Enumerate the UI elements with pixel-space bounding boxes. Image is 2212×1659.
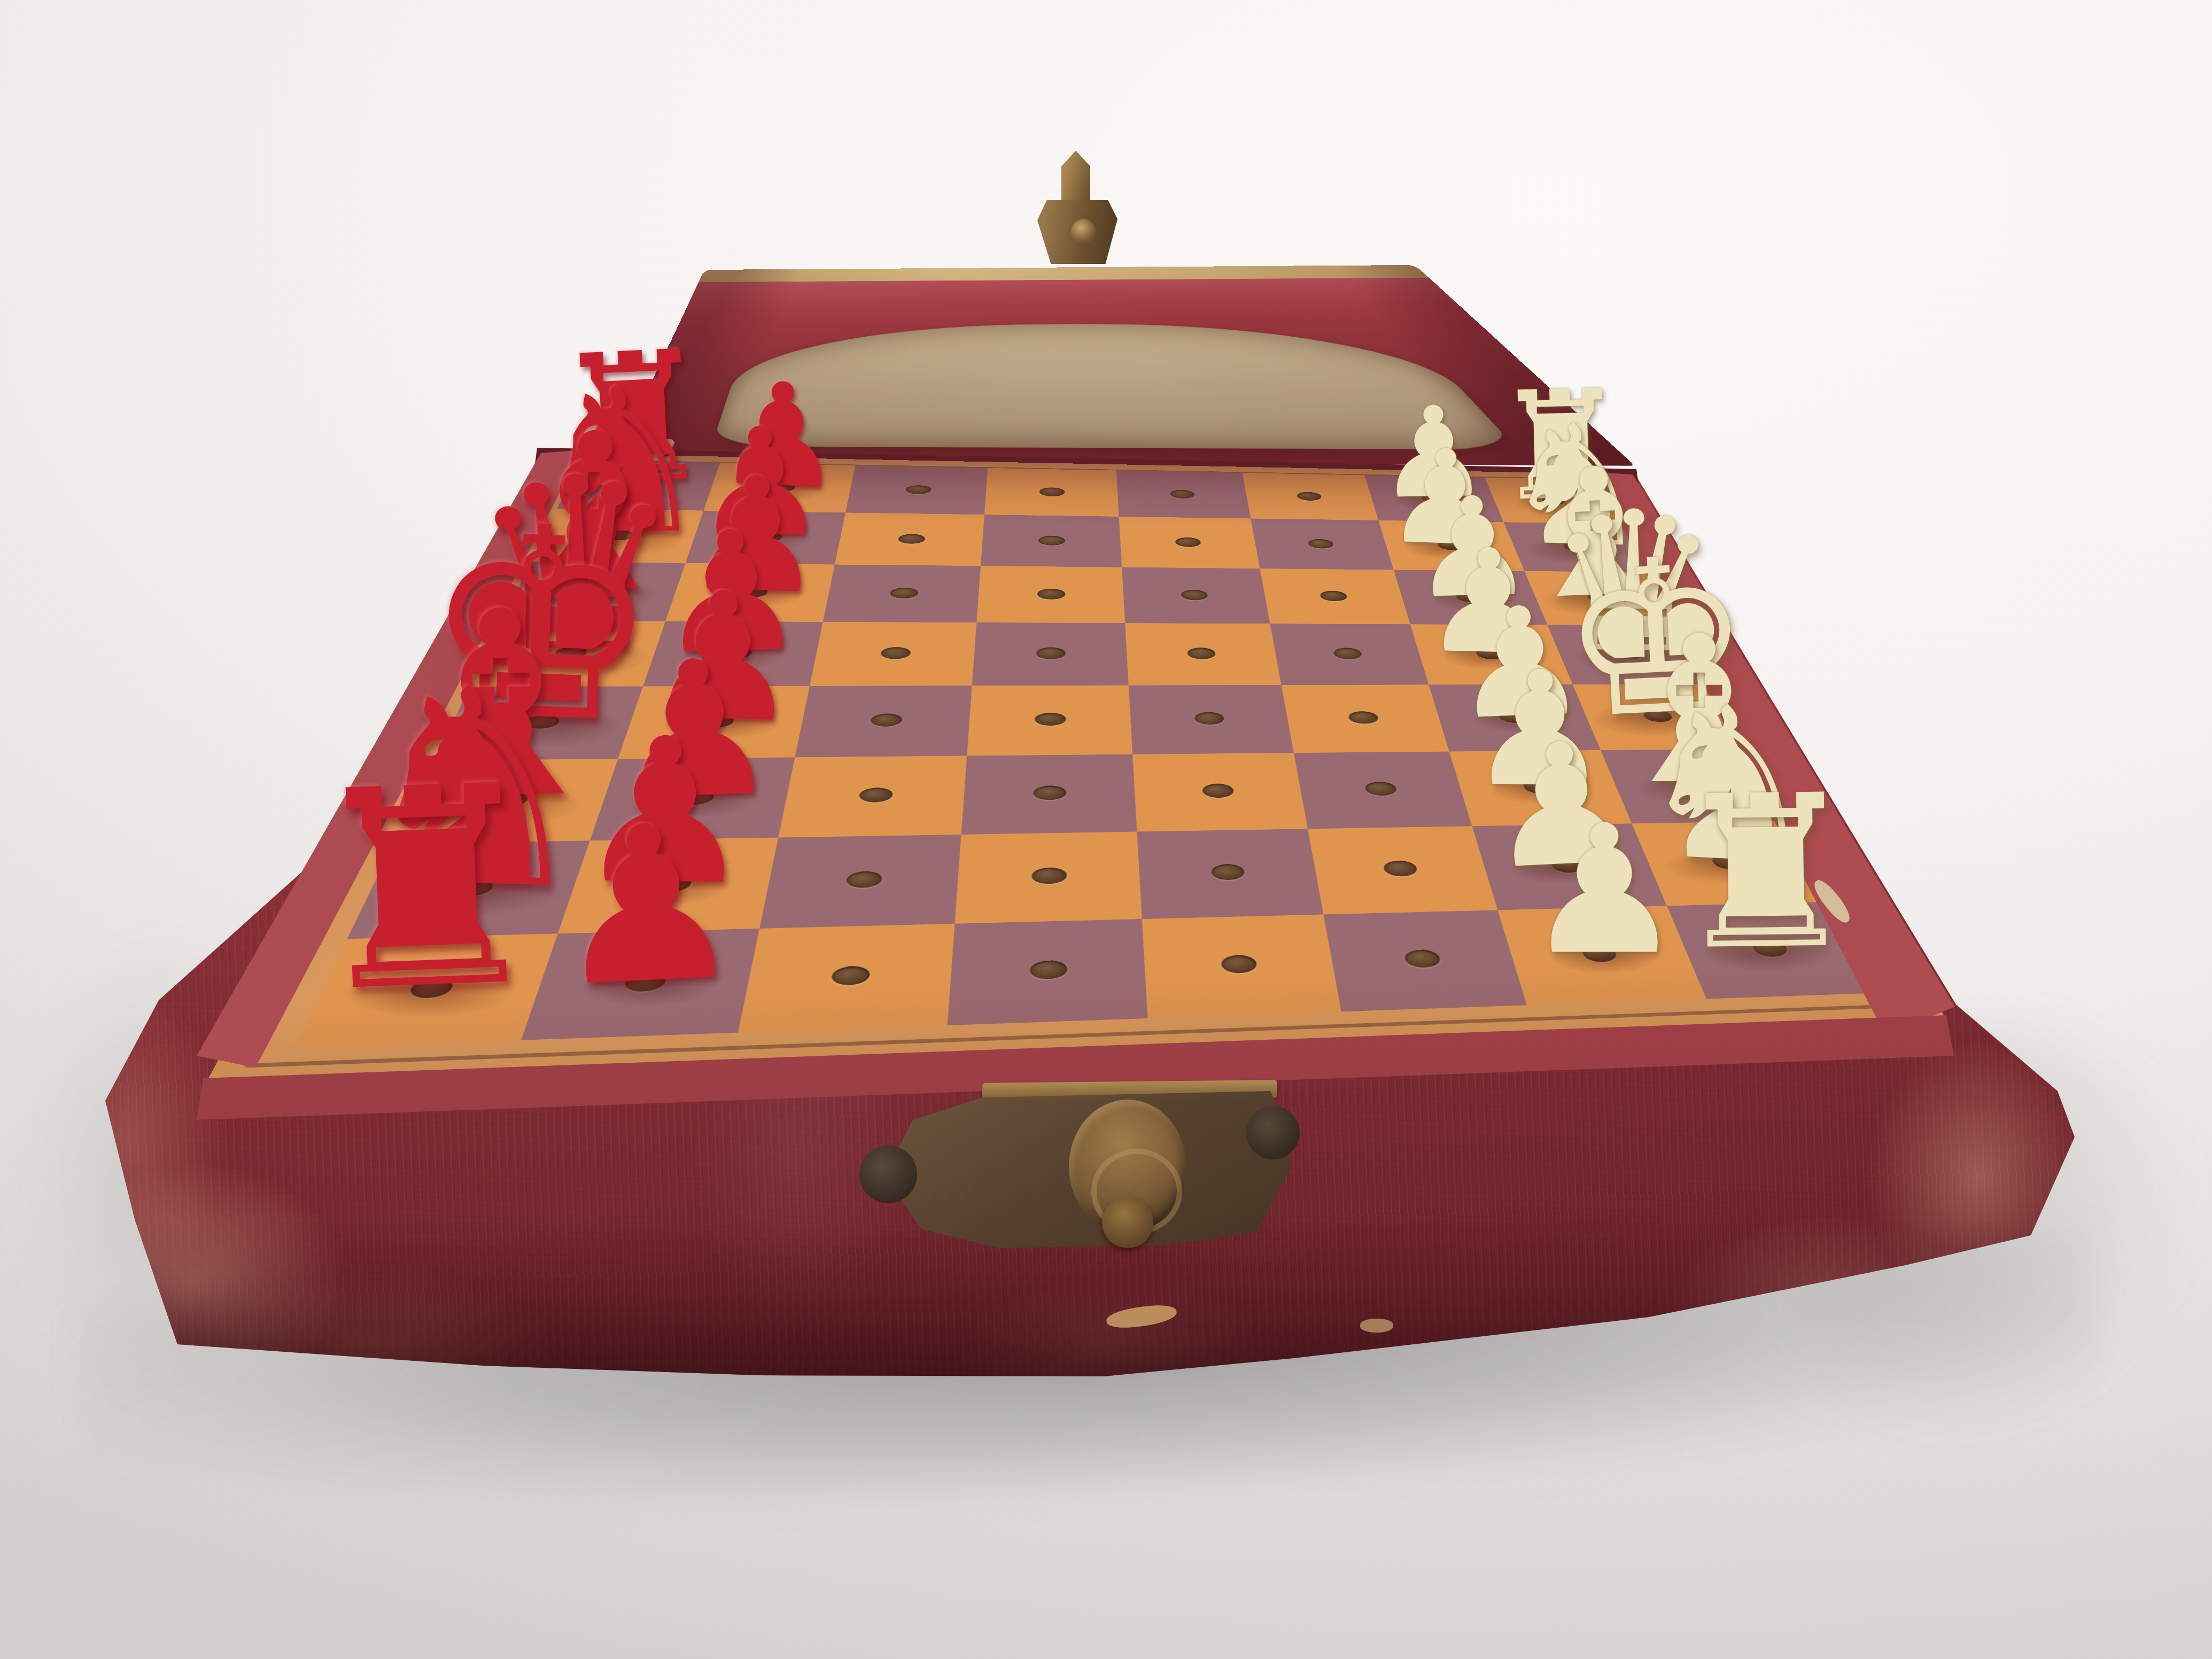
peg-hole — [1169, 489, 1195, 499]
board-square — [1323, 910, 1527, 1011]
board-square — [557, 460, 719, 510]
peg-hole — [1194, 712, 1225, 725]
peg-hole — [699, 714, 735, 728]
board-square — [1307, 826, 1497, 914]
peg-hole — [1455, 592, 1484, 602]
peg-hole — [1333, 648, 1363, 659]
peg-hole — [1175, 538, 1201, 547]
board-square — [434, 686, 642, 760]
lid-shading — [615, 265, 1635, 466]
board-square — [972, 622, 1129, 686]
peg-hole — [719, 647, 753, 659]
board-square — [759, 835, 961, 929]
peg-hole — [870, 713, 903, 727]
peg-hole — [1674, 778, 1709, 792]
peg-hole — [1612, 649, 1643, 660]
peg-hole — [1201, 783, 1235, 798]
peg-hole — [1437, 541, 1464, 550]
peg-hole — [1710, 854, 1747, 869]
board-square — [1125, 623, 1281, 685]
peg-hole — [1549, 857, 1586, 873]
board-square — [703, 463, 856, 512]
photo-scene: ♜♟♟♜♞♟♟♞♝♟♟♝♛♟♟♛♚♟♟♚♝♟♟♝♞♟♟♞♜♟♟♜ — [0, 0, 2212, 1659]
board-square — [778, 755, 966, 837]
peg-hole — [1496, 711, 1529, 723]
peg-hole — [1403, 949, 1442, 968]
peg-hole — [1037, 589, 1065, 599]
board-square — [984, 468, 1119, 517]
board-square — [1270, 624, 1429, 684]
clasp-boss-left — [859, 1146, 917, 1203]
board-square — [966, 685, 1132, 755]
board-square — [1137, 829, 1323, 919]
board-square — [557, 837, 779, 933]
peg-hole — [1307, 539, 1334, 549]
worn-edge-spot — [1360, 1319, 1393, 1333]
peg-hole — [625, 480, 656, 490]
peg-hole — [1641, 710, 1674, 722]
board-square — [642, 621, 822, 686]
peg-hole — [1034, 785, 1066, 800]
peg-hole — [1181, 590, 1208, 601]
peg-hole — [1187, 648, 1216, 659]
peg-hole — [1586, 593, 1616, 603]
board-square — [845, 465, 988, 515]
peg-hole — [880, 647, 911, 659]
peg-hole — [1580, 944, 1619, 962]
board-square — [810, 622, 976, 686]
peg-hole — [1036, 648, 1066, 659]
peg-hole — [1320, 591, 1348, 601]
peg-hole — [1035, 713, 1066, 726]
peg-hole — [905, 485, 932, 494]
peg-hole — [1521, 780, 1556, 793]
peg-hole — [1210, 864, 1246, 881]
board-square — [1129, 685, 1293, 754]
board-square — [1242, 473, 1378, 520]
latch-pin — [1071, 219, 1096, 244]
board-square — [1364, 475, 1503, 522]
board-square — [1251, 518, 1394, 570]
board-square — [1429, 684, 1600, 752]
board-square — [823, 565, 981, 623]
peg-hole — [651, 875, 693, 892]
peg-hole — [579, 586, 614, 597]
peg-hole — [407, 978, 456, 999]
board-square — [1122, 567, 1270, 624]
peg-hole — [1750, 939, 1790, 957]
board-square — [1132, 753, 1307, 831]
peg-hole — [1032, 867, 1067, 884]
board-square — [1281, 684, 1449, 753]
board-square — [1142, 914, 1341, 1018]
peg-hole — [523, 715, 562, 729]
board-square — [470, 621, 665, 687]
board-square — [795, 686, 972, 757]
peg-hole — [553, 647, 589, 659]
board-square — [589, 757, 795, 840]
board-square — [1410, 625, 1572, 685]
peg-hole — [1296, 492, 1322, 501]
peg-hole — [1039, 487, 1065, 496]
peg-hole — [889, 588, 919, 598]
peg-hole — [451, 878, 496, 897]
board-square — [531, 509, 703, 563]
board-square — [618, 686, 810, 759]
peg-hole — [858, 788, 894, 803]
game-board-sheet — [206, 453, 1945, 1084]
peg-hole — [736, 587, 769, 597]
peg-hole — [831, 965, 872, 986]
board-square — [665, 563, 835, 622]
board-square — [1116, 470, 1251, 518]
board-square — [1394, 570, 1547, 625]
board-square — [685, 511, 845, 565]
peg-hole — [603, 530, 636, 540]
board-square — [521, 929, 759, 1040]
peg-hole — [845, 871, 883, 889]
board-square — [1378, 520, 1524, 571]
clasp-knob — [1102, 1197, 1153, 1248]
peg-hole — [1420, 494, 1446, 502]
peg-hole — [1038, 536, 1065, 546]
board-square — [1449, 750, 1632, 826]
peg-hole — [488, 792, 531, 808]
peg-hole — [897, 534, 926, 544]
peg-hole — [677, 790, 716, 805]
peg-hole — [1474, 648, 1505, 659]
board-square — [738, 924, 954, 1033]
peg-hole — [1220, 955, 1258, 974]
peg-hole — [1540, 496, 1567, 504]
board-square — [835, 513, 984, 566]
board-square — [980, 515, 1122, 567]
board-square — [954, 831, 1142, 923]
peg-hole — [1347, 711, 1379, 724]
peg-hole — [1030, 960, 1067, 980]
board-square — [1293, 751, 1472, 829]
case-lid — [615, 265, 1635, 466]
clasp-boss-right — [1246, 1106, 1300, 1159]
peg-hole — [623, 971, 668, 992]
peg-hole — [1562, 542, 1590, 551]
board-square — [1119, 517, 1260, 568]
board-square — [502, 562, 685, 621]
board-square — [947, 919, 1148, 1025]
board-square — [1260, 568, 1410, 624]
peg-hole — [752, 532, 783, 542]
peg-hole — [1364, 782, 1398, 796]
board-square — [976, 566, 1126, 623]
board-square — [961, 754, 1137, 835]
peg-hole — [1383, 860, 1418, 877]
peg-hole — [767, 483, 796, 492]
